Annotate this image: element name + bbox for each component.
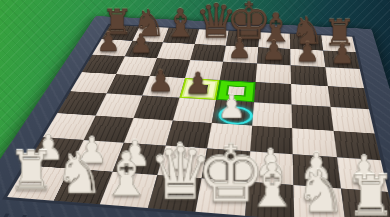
square-g4[interactable]: [292, 105, 333, 131]
black-pawn-e7[interactable]: ♟: [223, 36, 257, 62]
square-h7[interactable]: ♟: [323, 50, 360, 69]
board-grid: ♜♞♝♛♚♝♞♜♟♟♟♟♟♟♟♟♟♟♟♟♟♟♟♟♜♞♝♛♚♝♞♜: [7, 25, 390, 217]
white-rook-h1[interactable]: ♜: [345, 170, 390, 217]
white-bishop-c1[interactable]: ♝: [100, 148, 148, 204]
square-e4[interactable]: ♟: [212, 100, 254, 125]
white-queen-d1[interactable]: ♛: [147, 139, 196, 208]
square-b7[interactable]: ♟: [124, 41, 163, 59]
square-f1[interactable]: ♝: [244, 181, 294, 217]
square-c4[interactable]: [134, 96, 179, 121]
black-pawn-d5[interactable]: ♟: [179, 69, 216, 97]
square-g1[interactable]: ♞: [293, 185, 344, 217]
square-e7[interactable]: ♟: [223, 45, 258, 63]
square-f5[interactable]: [254, 82, 292, 105]
square-d1[interactable]: ♛: [147, 175, 201, 212]
white-pawn-e4[interactable]: ♟: [212, 92, 252, 122]
square-e1[interactable]: ♚: [196, 178, 248, 216]
black-bishop-c8[interactable]: ♝: [163, 5, 195, 42]
black-pawn-a7[interactable]: ♟: [92, 30, 125, 55]
white-king-e1[interactable]: ♚: [196, 137, 245, 212]
square-f7[interactable]: ♟: [257, 47, 291, 65]
square-f6[interactable]: [255, 64, 291, 84]
chess-board: ♜♞♝♛♚♝♞♜♟♟♟♟♟♟♟♟♟♟♟♟♟♟♟♟♜♞♝♛♚♝♞♜: [7, 25, 390, 217]
black-queen-d8[interactable]: ♛: [194, 0, 226, 44]
square-g5[interactable]: [291, 84, 330, 107]
square-e6[interactable]: [220, 62, 257, 82]
black-pawn-f7[interactable]: ♟: [257, 38, 291, 64]
white-bishop-f1[interactable]: ♝: [245, 158, 294, 216]
white-knight-g1[interactable]: ♞: [294, 164, 344, 217]
square-c8[interactable]: ♝: [163, 28, 198, 44]
square-d4[interactable]: [172, 98, 216, 123]
black-pawn-h7[interactable]: ♟: [325, 41, 359, 67]
black-pawn-c5[interactable]: ♟: [142, 67, 179, 95]
square-c7[interactable]: [157, 42, 194, 60]
white-rook-a1[interactable]: ♜: [7, 146, 54, 197]
square-h1[interactable]: ♜: [340, 188, 390, 217]
black-pawn-g7[interactable]: ♟: [291, 40, 325, 66]
white-knight-b1[interactable]: ♞: [53, 147, 101, 200]
square-f4[interactable]: [252, 102, 292, 128]
square-g6[interactable]: [291, 65, 328, 86]
square-h6[interactable]: [325, 67, 364, 88]
square-d7[interactable]: [190, 44, 226, 62]
chess-scene-background: ♜♞♝♛♚♝♞♜♟♟♟♟♟♟♟♟♟♟♟♟♟♟♟♟♜♞♝♛♚♝♞♜: [0, 0, 390, 217]
square-g7[interactable]: ♟: [290, 49, 325, 67]
black-pawn-b7[interactable]: ♟: [125, 31, 158, 56]
square-c5[interactable]: ♟: [142, 76, 184, 98]
square-h5[interactable]: [327, 86, 369, 109]
square-h4[interactable]: [330, 107, 374, 133]
